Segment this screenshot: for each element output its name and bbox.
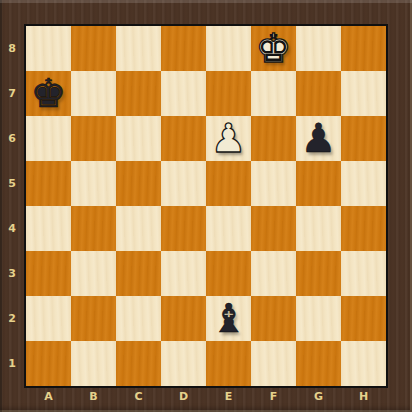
square-c4[interactable] [116,206,161,251]
square-f7[interactable] [251,71,296,116]
square-d5[interactable] [161,161,206,206]
square-e4[interactable] [206,206,251,251]
square-g7[interactable] [296,71,341,116]
square-d1[interactable] [161,341,206,386]
square-h6[interactable] [341,116,386,161]
square-c3[interactable] [116,251,161,296]
rank-label-8: 8 [0,26,24,71]
square-c7[interactable] [116,71,161,116]
square-d2[interactable] [161,296,206,341]
square-h1[interactable] [341,341,386,386]
board: ♚♚♟♟♝ [24,24,388,388]
file-label-e: E [206,387,251,409]
file-labels: ABCDEFGH [26,387,386,409]
rank-label-1: 1 [0,341,24,386]
file-label-d: D [161,387,206,409]
square-b8[interactable] [71,26,116,71]
square-a2[interactable] [26,296,71,341]
square-f1[interactable] [251,341,296,386]
square-d4[interactable] [161,206,206,251]
square-h8[interactable] [341,26,386,71]
square-b7[interactable] [71,71,116,116]
square-e1[interactable] [206,341,251,386]
black-king-piece[interactable]: ♚ [31,71,67,116]
square-b6[interactable] [71,116,116,161]
square-d3[interactable] [161,251,206,296]
square-d7[interactable] [161,71,206,116]
square-g3[interactable] [296,251,341,296]
square-g2[interactable] [296,296,341,341]
file-label-a: A [26,387,71,409]
square-h5[interactable] [341,161,386,206]
square-g5[interactable] [296,161,341,206]
square-d6[interactable] [161,116,206,161]
square-d8[interactable] [161,26,206,71]
square-b4[interactable] [71,206,116,251]
square-b2[interactable] [71,296,116,341]
file-label-c: C [116,387,161,409]
square-e8[interactable] [206,26,251,71]
file-label-h: H [341,387,386,409]
file-label-g: G [296,387,341,409]
square-f6[interactable] [251,116,296,161]
white-king-piece[interactable]: ♚ [256,26,292,71]
square-a5[interactable] [26,161,71,206]
file-label-b: B [71,387,116,409]
white-pawn-piece[interactable]: ♟ [211,116,247,161]
file-label-f: F [251,387,296,409]
square-a4[interactable] [26,206,71,251]
square-f2[interactable] [251,296,296,341]
square-e3[interactable] [206,251,251,296]
square-g4[interactable] [296,206,341,251]
square-h2[interactable] [341,296,386,341]
square-b5[interactable] [71,161,116,206]
rank-label-2: 2 [0,296,24,341]
black-pawn-piece[interactable]: ♟ [301,116,337,161]
rank-labels: 87654321 [0,26,24,386]
square-f5[interactable] [251,161,296,206]
square-h4[interactable] [341,206,386,251]
square-f4[interactable] [251,206,296,251]
square-a8[interactable] [26,26,71,71]
square-e6[interactable]: ♟ [206,116,251,161]
square-c8[interactable] [116,26,161,71]
square-b3[interactable] [71,251,116,296]
square-g1[interactable] [296,341,341,386]
chessboard-frame: 87654321 ♚♚♟♟♝ ABCDEFGH [0,0,412,412]
square-e7[interactable] [206,71,251,116]
square-c1[interactable] [116,341,161,386]
square-e5[interactable] [206,161,251,206]
square-g8[interactable] [296,26,341,71]
square-a1[interactable] [26,341,71,386]
square-f8[interactable]: ♚ [251,26,296,71]
square-c5[interactable] [116,161,161,206]
square-c6[interactable] [116,116,161,161]
square-h3[interactable] [341,251,386,296]
rank-label-3: 3 [0,251,24,296]
square-b1[interactable] [71,341,116,386]
black-bishop-piece[interactable]: ♝ [211,296,247,341]
square-g6[interactable]: ♟ [296,116,341,161]
rank-label-6: 6 [0,116,24,161]
square-c2[interactable] [116,296,161,341]
square-e2[interactable]: ♝ [206,296,251,341]
square-a3[interactable] [26,251,71,296]
rank-label-5: 5 [0,161,24,206]
square-a6[interactable] [26,116,71,161]
square-f3[interactable] [251,251,296,296]
rank-label-4: 4 [0,206,24,251]
rank-label-7: 7 [0,71,24,116]
square-a7[interactable]: ♚ [26,71,71,116]
square-h7[interactable] [341,71,386,116]
